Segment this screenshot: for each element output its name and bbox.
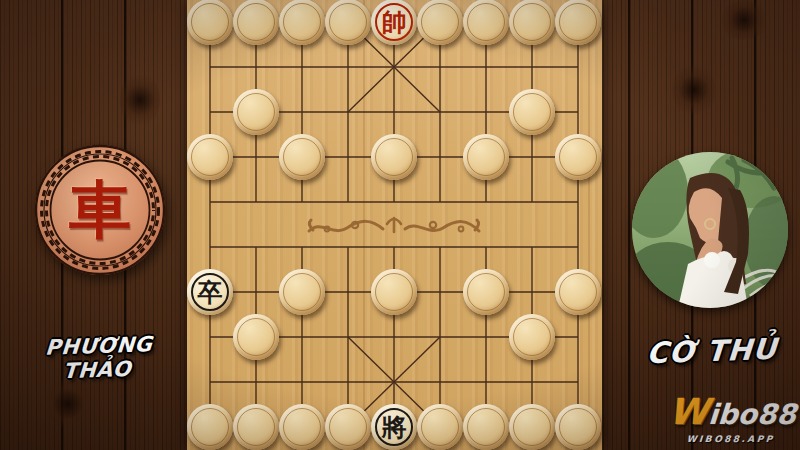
piece-black-soldier-file1-rank7[interactable]: 卒 (187, 269, 233, 315)
avatar-art (632, 152, 788, 308)
piece-hidden-file8-rank3[interactable] (509, 89, 555, 135)
board-grid (187, 0, 602, 450)
piece-hidden-file9-rank10[interactable] (555, 404, 601, 450)
piece-hidden-file5-rank4[interactable] (371, 134, 417, 180)
piece-hidden-file3-rank10[interactable] (279, 404, 325, 450)
chariot-medallion: 車 (33, 143, 167, 277)
promo-banner: 帥卒將 車 PHƯƠNG THẢO (0, 0, 800, 450)
piece-hidden-file9-rank4[interactable] (555, 134, 601, 180)
wibo88-logo: Wibo88 WIBO88.APP (666, 397, 797, 444)
red-general-ring: 帥 (375, 3, 413, 41)
piece-hidden-file4-rank10[interactable] (325, 404, 371, 450)
piece-hidden-file9-rank1[interactable] (555, 0, 601, 45)
piece-hidden-file9-rank7[interactable] (555, 269, 601, 315)
piece-hidden-file6-rank10[interactable] (417, 404, 463, 450)
piece-hidden-file2-rank10[interactable] (233, 404, 279, 450)
piece-hidden-file8-rank1[interactable] (509, 0, 555, 45)
piece-hidden-file4-rank1[interactable] (325, 0, 371, 45)
piece-hidden-file7-rank4[interactable] (463, 134, 509, 180)
wood-knot (120, 70, 160, 130)
piece-hidden-file7-rank7[interactable] (463, 269, 509, 315)
left-player-name: PHƯƠNG THẢO (6, 331, 190, 385)
wood-knot (40, 380, 96, 428)
piece-hidden-file8-rank10[interactable] (509, 404, 555, 450)
piece-hidden-file1-rank4[interactable] (187, 134, 233, 180)
black-general-ring: 將 (375, 408, 413, 446)
wood-knot (672, 62, 716, 118)
black-general-character: 將 (382, 415, 407, 440)
piece-hidden-file7-rank10[interactable] (463, 404, 509, 450)
black-soldier-ring: 卒 (191, 273, 229, 311)
piece-hidden-file1-rank10[interactable] (187, 404, 233, 450)
wood-knot (718, 0, 770, 40)
logo-subtext: WIBO88.APP (666, 434, 795, 444)
piece-red-general-file5-rank1[interactable]: 帥 (371, 0, 417, 45)
piece-hidden-file5-rank7[interactable] (371, 269, 417, 315)
right-player-name: CỜ THỦ (627, 331, 798, 371)
black-soldier-character: 卒 (198, 280, 223, 305)
logo-text: ibo88 (707, 398, 797, 431)
piece-hidden-file2-rank8[interactable] (233, 314, 279, 360)
red-general-character: 帥 (382, 10, 407, 35)
logo-w-glyph: W (667, 391, 710, 432)
player-avatar-photo (632, 152, 788, 308)
xiangqi-board[interactable]: 帥卒將 (187, 0, 602, 450)
piece-hidden-file1-rank1[interactable] (187, 0, 233, 45)
piece-hidden-file3-rank4[interactable] (279, 134, 325, 180)
piece-hidden-file7-rank1[interactable] (463, 0, 509, 45)
piece-hidden-file2-rank1[interactable] (233, 0, 279, 45)
piece-hidden-file3-rank1[interactable] (279, 0, 325, 45)
chariot-character: 車 (33, 143, 167, 277)
piece-hidden-file3-rank7[interactable] (279, 269, 325, 315)
piece-hidden-file2-rank3[interactable] (233, 89, 279, 135)
piece-hidden-file8-rank8[interactable] (509, 314, 555, 360)
piece-hidden-file6-rank1[interactable] (417, 0, 463, 45)
piece-black-general-file5-rank10[interactable]: 將 (371, 404, 417, 450)
river-ornament (309, 218, 479, 232)
